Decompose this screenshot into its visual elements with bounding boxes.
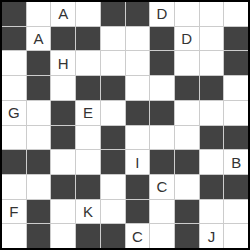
blocked-cell-r2c3 [51, 27, 75, 51]
blocked-cell-r4c2 [27, 76, 51, 100]
cell-r1c9[interactable] [200, 2, 224, 26]
cell-r10c9[interactable]: J [200, 224, 224, 248]
blocked-cell-r5c6 [126, 101, 150, 125]
cell-r8c8[interactable] [175, 175, 199, 199]
blocked-cell-r2c4 [76, 27, 100, 51]
blocked-cell-r2c10 [224, 27, 248, 51]
blocked-cell-r7c1 [2, 150, 26, 174]
cell-r9c5[interactable] [101, 200, 125, 224]
cell-r3c3[interactable]: H [51, 51, 75, 75]
cell-r2c5[interactable] [101, 27, 125, 51]
blocked-cell-r8c10 [224, 175, 248, 199]
blocked-cell-r6c10 [224, 126, 248, 150]
blocked-cell-r3c10 [224, 51, 248, 75]
cell-r1c2[interactable] [27, 2, 51, 26]
cell-r9c10[interactable] [224, 200, 248, 224]
blocked-cell-r10c8 [175, 224, 199, 248]
cell-r7c10[interactable]: B [224, 150, 248, 174]
cell-r3c4[interactable] [76, 51, 100, 75]
cell-r6c2[interactable] [27, 126, 51, 150]
cell-r1c4[interactable] [76, 2, 100, 26]
cell-r1c10[interactable] [224, 2, 248, 26]
cell-r3c8[interactable] [175, 51, 199, 75]
cell-r8c7[interactable]: C [150, 175, 174, 199]
cell-r7c3[interactable] [51, 150, 75, 174]
blocked-cell-r10c5 [101, 224, 125, 248]
cell-r9c7[interactable] [150, 200, 174, 224]
cell-r8c1[interactable] [2, 175, 26, 199]
cell-r4c6[interactable] [126, 76, 150, 100]
cell-r2c9[interactable] [200, 27, 224, 51]
blocked-cell-r4c4 [76, 76, 100, 100]
blocked-cell-r1c1 [2, 2, 26, 26]
cell-r3c5[interactable] [101, 51, 125, 75]
blocked-cell-r8c6 [126, 175, 150, 199]
blocked-cell-r2c1 [2, 27, 26, 51]
cell-r4c10[interactable] [224, 76, 248, 100]
blocked-cell-r8c3 [51, 175, 75, 199]
cell-r4c1[interactable] [2, 76, 26, 100]
blocked-cell-r2c7 [150, 27, 174, 51]
blocked-cell-r3c7 [150, 51, 174, 75]
cell-r2c2[interactable]: A [27, 27, 51, 51]
cell-r3c9[interactable] [200, 51, 224, 75]
blocked-cell-r9c6 [126, 200, 150, 224]
cell-r10c6[interactable]: C [126, 224, 150, 248]
cell-r6c1[interactable] [2, 126, 26, 150]
blocked-cell-r6c3 [51, 126, 75, 150]
cell-r5c10[interactable] [224, 101, 248, 125]
cell-r5c4[interactable]: E [76, 101, 100, 125]
cell-r8c5[interactable] [101, 175, 125, 199]
blocked-cell-r4c8 [175, 76, 199, 100]
cell-r6c8[interactable] [175, 126, 199, 150]
cell-r8c2[interactable] [27, 175, 51, 199]
blocked-cell-r7c5 [101, 150, 125, 174]
blocked-cell-r6c9 [200, 126, 224, 150]
cell-r5c9[interactable] [200, 101, 224, 125]
cell-r1c7[interactable]: D [150, 2, 174, 26]
blocked-cell-r7c7 [150, 150, 174, 174]
blocked-cell-r4c9 [200, 76, 224, 100]
cell-r7c4[interactable] [76, 150, 100, 174]
blocked-cell-r10c2 [27, 224, 51, 248]
blocked-cell-r8c4 [76, 175, 100, 199]
blocked-cell-r3c2 [27, 51, 51, 75]
cell-r6c4[interactable] [76, 126, 100, 150]
cell-r5c8[interactable] [175, 101, 199, 125]
blocked-cell-r1c5 [101, 2, 125, 26]
cell-r9c4[interactable]: K [76, 200, 100, 224]
blocked-cell-r9c8 [175, 200, 199, 224]
cell-r7c6[interactable]: I [126, 150, 150, 174]
cell-r7c9[interactable] [200, 150, 224, 174]
cell-r4c7[interactable] [150, 76, 174, 100]
cell-r10c3[interactable] [51, 224, 75, 248]
cell-r3c6[interactable] [126, 51, 150, 75]
blocked-cell-r6c5 [101, 126, 125, 150]
cell-r6c6[interactable] [126, 126, 150, 150]
blocked-cell-r5c3 [51, 101, 75, 125]
cell-r1c3[interactable]: A [51, 2, 75, 26]
cell-r9c3[interactable] [51, 200, 75, 224]
blocked-cell-r1c6 [126, 2, 150, 26]
cell-r6c7[interactable] [150, 126, 174, 150]
cell-r3c1[interactable] [2, 51, 26, 75]
blocked-cell-r10c4 [76, 224, 100, 248]
blocked-cell-r4c5 [101, 76, 125, 100]
cell-r9c1[interactable]: F [2, 200, 26, 224]
cell-r2c6[interactable] [126, 27, 150, 51]
cell-r5c1[interactable]: G [2, 101, 26, 125]
blocked-cell-r9c2 [27, 200, 51, 224]
cell-r5c5[interactable] [101, 101, 125, 125]
cell-r10c10[interactable] [224, 224, 248, 248]
blocked-cell-r5c7 [150, 101, 174, 125]
crossword-board: ADADHGEIBCFKCJ [0, 0, 250, 250]
cell-r10c7[interactable] [150, 224, 174, 248]
blocked-cell-r8c9 [200, 175, 224, 199]
blocked-cell-r7c2 [27, 150, 51, 174]
blocked-cell-r7c8 [175, 150, 199, 174]
cell-r5c2[interactable] [27, 101, 51, 125]
cell-r2c8[interactable]: D [175, 27, 199, 51]
cell-r9c9[interactable] [200, 200, 224, 224]
cell-r4c3[interactable] [51, 76, 75, 100]
cell-r10c1[interactable] [2, 224, 26, 248]
cell-r1c8[interactable] [175, 2, 199, 26]
